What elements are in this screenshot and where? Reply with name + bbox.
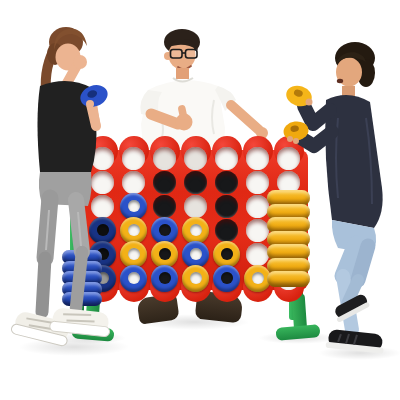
left-player-forearm: [93, 107, 96, 126]
disc-center-hole: [190, 224, 202, 236]
disc-center-hole: [252, 272, 264, 284]
right-player-front-shoe: [325, 329, 385, 354]
hole-r3c5: [215, 195, 238, 218]
hand-over-mouth: [73, 55, 87, 69]
fingers-on-disc: [86, 100, 94, 108]
hole-r2c6: [246, 171, 269, 194]
hole-r2c4: [184, 171, 207, 194]
hole-r1c6: [246, 147, 269, 170]
disc-center-hole: [159, 248, 171, 260]
player-left: [0, 0, 140, 400]
hole-r1c3: [153, 147, 176, 170]
disc-center-hole: [159, 272, 171, 284]
disc-blue-r6c3: [151, 265, 178, 292]
right-player-raised-arm: [304, 106, 330, 124]
disc-blue-r6c5: [213, 265, 240, 292]
disc-yellow-r6c4: [182, 265, 209, 292]
player-right: [268, 28, 400, 368]
hole-r2c5: [215, 171, 238, 194]
product-photo-stage: [0, 0, 400, 400]
hole-r5c6: [246, 243, 269, 266]
right-player-smile: [337, 79, 343, 83]
hole-r3c6: [246, 195, 269, 218]
disc-center-hole: [221, 272, 233, 284]
disc-blue-r5c4: [182, 241, 209, 268]
disc-yellow-r4c4: [182, 217, 209, 244]
disc-center-hole: [221, 248, 233, 260]
hole-r1c4: [184, 147, 207, 170]
left-player-front-shin: [76, 252, 82, 308]
disc-yellow-r5c3: [151, 241, 178, 268]
disc-center-hole: [190, 272, 202, 284]
disc-blue-r4c3: [151, 217, 178, 244]
hole-r4c5: [215, 219, 238, 242]
disc-center-hole: [159, 224, 171, 236]
disc-yellow-r5c5: [213, 241, 240, 268]
hole-r3c3: [153, 195, 176, 218]
left-player-back-shin: [42, 258, 45, 312]
disc-center-hole: [190, 248, 202, 260]
hole-r1c5: [215, 147, 238, 170]
hole-r3c4: [184, 195, 207, 218]
hole-r4c6: [246, 219, 269, 242]
hole-r2c3: [153, 171, 176, 194]
